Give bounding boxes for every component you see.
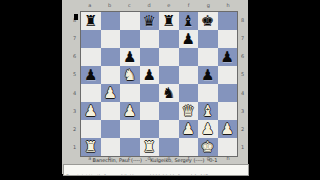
white-pawn-c3[interactable]: ♟ (123, 104, 136, 119)
file-labels-top: abcdefgh (80, 3, 238, 8)
square-g8[interactable]: ♚ (198, 12, 218, 30)
square-d3[interactable] (140, 102, 160, 120)
square-g6[interactable] (198, 48, 218, 66)
square-f4[interactable] (179, 84, 199, 102)
square-d7[interactable] (140, 30, 160, 48)
rank-label-7: 7 (241, 36, 244, 41)
file-label-g: g (199, 3, 219, 8)
white-knight-c5[interactable]: ♞ (123, 68, 136, 83)
black-queen-d8[interactable]: ♛ (143, 14, 156, 29)
rank-label-3: 3 (73, 109, 76, 114)
square-h4[interactable] (218, 84, 238, 102)
rank-label-8: 8 (241, 18, 244, 23)
square-c5[interactable]: ♞ (120, 66, 140, 84)
black-pawn-d5[interactable]: ♟ (143, 68, 156, 83)
black-pawn-c6[interactable]: ♟ (123, 50, 136, 65)
square-a7[interactable] (81, 30, 101, 48)
square-c7[interactable] (120, 30, 140, 48)
square-g7[interactable] (198, 30, 218, 48)
square-a4[interactable] (81, 84, 101, 102)
square-e7[interactable] (159, 30, 179, 48)
square-b5[interactable] (101, 66, 121, 84)
white-king-g1[interactable]: ♚ (201, 140, 214, 155)
square-g2[interactable]: ♟ (198, 120, 218, 138)
black-rook-a8[interactable]: ♜ (84, 14, 97, 29)
square-b8[interactable] (101, 12, 121, 30)
square-f5[interactable] (179, 66, 199, 84)
rank-label-3: 3 (241, 109, 244, 114)
rank-labels-right: 87654321 (241, 11, 244, 157)
white-pawn-g2[interactable]: ♟ (201, 122, 214, 137)
black-pawn-a5[interactable]: ♟ (84, 68, 97, 83)
square-c4[interactable] (120, 84, 140, 102)
black-to-move-indicator (74, 14, 78, 20)
rank-label-1: 1 (241, 145, 244, 150)
square-g5[interactable]: ♟ (198, 66, 218, 84)
white-rook-a1[interactable]: ♜ (84, 140, 97, 155)
square-e5[interactable] (159, 66, 179, 84)
rank-label-5: 5 (73, 72, 76, 77)
game-info-box: Event: Int Youth Games (U), Moscow 1998.… (63, 164, 249, 176)
video-frame: abcdefgh 87654321 87654321 ♜♛♜♝♚♟♟♟♟♞♟♟♟… (0, 0, 320, 180)
square-b4[interactable]: ♟ (101, 84, 121, 102)
square-e2[interactable] (159, 120, 179, 138)
square-c1[interactable] (120, 138, 140, 156)
rank-label-2: 2 (241, 127, 244, 132)
black-king-g8[interactable]: ♚ (201, 14, 214, 29)
square-f8[interactable]: ♝ (179, 12, 199, 30)
square-b6[interactable] (101, 48, 121, 66)
rank-label-7: 7 (73, 36, 76, 41)
square-e3[interactable] (159, 102, 179, 120)
square-a8[interactable]: ♜ (81, 12, 101, 30)
file-label-d: d (139, 3, 159, 8)
file-label-h: h (218, 3, 238, 8)
file-label-e: e (159, 3, 179, 8)
rank-label-6: 6 (241, 54, 244, 59)
players-result-line: Banechin, Paul (----) - Kulgeiko, Sergey… (62, 158, 248, 163)
square-g3[interactable]: ♝ (198, 102, 218, 120)
white-pawn-b4[interactable]: ♟ (104, 86, 117, 101)
square-h7[interactable] (218, 30, 238, 48)
black-pawn-f7[interactable]: ♟ (182, 32, 195, 47)
square-h2[interactable]: ♟ (218, 120, 238, 138)
chess-board: ♜♛♜♝♚♟♟♟♟♞♟♟♟♞♟♟♛♝♟♟♟♜♜♚ (80, 11, 238, 157)
square-h3[interactable] (218, 102, 238, 120)
square-b3[interactable] (101, 102, 121, 120)
square-e1[interactable] (159, 138, 179, 156)
black-pawn-g5[interactable]: ♟ (201, 68, 214, 83)
white-pawn-a3[interactable]: ♟ (84, 104, 97, 119)
square-h6[interactable]: ♟ (218, 48, 238, 66)
square-b1[interactable] (101, 138, 121, 156)
black-knight-e4[interactable]: ♞ (162, 86, 175, 101)
square-d4[interactable] (140, 84, 160, 102)
square-b7[interactable] (101, 30, 121, 48)
black-bishop-f8[interactable]: ♝ (182, 14, 195, 29)
board-panel: abcdefgh 87654321 87654321 ♜♛♜♝♚♟♟♟♟♞♟♟♟… (62, 0, 248, 174)
rank-label-4: 4 (241, 91, 244, 96)
square-f2[interactable]: ♟ (179, 120, 199, 138)
file-label-b: b (100, 3, 120, 8)
square-c8[interactable] (120, 12, 140, 30)
square-a1[interactable]: ♜ (81, 138, 101, 156)
square-a5[interactable]: ♟ (81, 66, 101, 84)
black-rook-e8[interactable]: ♜ (162, 14, 175, 29)
black-pawn-h6[interactable]: ♟ (221, 50, 234, 65)
square-b2[interactable] (101, 120, 121, 138)
square-f1[interactable] (179, 138, 199, 156)
rank-label-4: 4 (73, 91, 76, 96)
square-h8[interactable] (218, 12, 238, 30)
square-f6[interactable] (179, 48, 199, 66)
white-queen-f3[interactable]: ♛ (182, 104, 195, 119)
square-d6[interactable] (140, 48, 160, 66)
square-c3[interactable]: ♟ (120, 102, 140, 120)
square-g1[interactable]: ♚ (198, 138, 218, 156)
square-a2[interactable] (81, 120, 101, 138)
file-label-c: c (120, 3, 140, 8)
square-c2[interactable] (120, 120, 140, 138)
square-a6[interactable] (81, 48, 101, 66)
white-pawn-f2[interactable]: ♟ (182, 122, 195, 137)
square-d1[interactable]: ♜ (140, 138, 160, 156)
square-f7[interactable]: ♟ (179, 30, 199, 48)
square-a3[interactable]: ♟ (81, 102, 101, 120)
square-f3[interactable]: ♛ (179, 102, 199, 120)
white-pawn-h2[interactable]: ♟ (221, 122, 234, 137)
file-label-a: a (80, 3, 100, 8)
rank-label-1: 1 (73, 145, 76, 150)
event-line: Event: Int Youth Games (U), Moscow 1998.… (66, 175, 248, 176)
square-e8[interactable]: ♜ (159, 12, 179, 30)
square-e4[interactable]: ♞ (159, 84, 179, 102)
white-rook-d1[interactable]: ♜ (143, 140, 156, 155)
square-d5[interactable]: ♟ (140, 66, 160, 84)
square-h1[interactable] (218, 138, 238, 156)
white-bishop-g3[interactable]: ♝ (201, 104, 214, 119)
file-label-f: f (179, 3, 199, 8)
square-e6[interactable] (159, 48, 179, 66)
rank-labels-left: 87654321 (73, 11, 76, 157)
square-d2[interactable] (140, 120, 160, 138)
square-h5[interactable] (218, 66, 238, 84)
rank-label-6: 6 (73, 54, 76, 59)
rank-label-2: 2 (73, 127, 76, 132)
square-d8[interactable]: ♛ (140, 12, 160, 30)
square-g4[interactable] (198, 84, 218, 102)
rank-label-5: 5 (241, 72, 244, 77)
square-c6[interactable]: ♟ (120, 48, 140, 66)
